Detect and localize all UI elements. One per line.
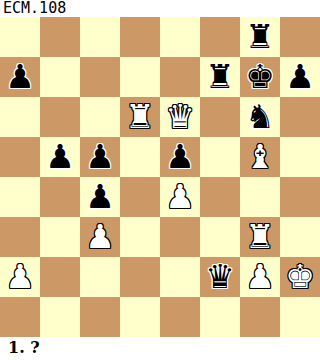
square-b4[interactable] (40, 177, 80, 217)
white-queen-e6: ♛ (160, 97, 200, 137)
square-c2[interactable] (80, 257, 120, 297)
square-d8[interactable] (120, 17, 160, 57)
square-e3[interactable] (160, 217, 200, 257)
square-h5[interactable] (280, 137, 320, 177)
square-a5[interactable] (0, 137, 40, 177)
square-d2[interactable] (120, 257, 160, 297)
square-h4[interactable] (280, 177, 320, 217)
square-f1[interactable] (200, 297, 240, 337)
square-f2[interactable]: ♛ (200, 257, 240, 297)
white-bishop-g5: ♝ (240, 137, 280, 177)
white-pawn-e4: ♟ (160, 177, 200, 217)
square-a3[interactable] (0, 217, 40, 257)
square-h1[interactable] (280, 297, 320, 337)
black-pawn-a7: ♟ (0, 57, 40, 97)
square-d1[interactable] (120, 297, 160, 337)
square-c4[interactable]: ♟ (80, 177, 120, 217)
black-knight-g6: ♞ (240, 97, 280, 137)
square-c6[interactable] (80, 97, 120, 137)
black-pawn-b5: ♟ (40, 137, 80, 177)
square-h2[interactable]: ♚ (280, 257, 320, 297)
white-rook-d6: ♜ (120, 97, 160, 137)
square-a4[interactable] (0, 177, 40, 217)
square-e8[interactable] (160, 17, 200, 57)
square-b8[interactable] (40, 17, 80, 57)
square-g4[interactable] (240, 177, 280, 217)
diagram-title: ECM.108 (0, 0, 320, 17)
square-e4[interactable]: ♟ (160, 177, 200, 217)
square-h6[interactable] (280, 97, 320, 137)
square-g6[interactable]: ♞ (240, 97, 280, 137)
square-g5[interactable]: ♝ (240, 137, 280, 177)
square-a1[interactable] (0, 297, 40, 337)
square-d4[interactable] (120, 177, 160, 217)
square-e1[interactable] (160, 297, 200, 337)
square-b2[interactable] (40, 257, 80, 297)
white-pawn-c3: ♟ (80, 217, 120, 257)
square-h3[interactable] (280, 217, 320, 257)
black-rook-f7: ♜ (200, 57, 240, 97)
square-d6[interactable]: ♜ (120, 97, 160, 137)
white-king-h2: ♚ (280, 257, 320, 297)
square-a8[interactable] (0, 17, 40, 57)
square-a6[interactable] (0, 97, 40, 137)
square-b5[interactable]: ♟ (40, 137, 80, 177)
chess-board: ♜♟♜♚♟♜♛♞♟♟♟♝♟♟♟♜♟♛♟♚ (0, 17, 320, 337)
square-c8[interactable] (80, 17, 120, 57)
square-c7[interactable] (80, 57, 120, 97)
square-a7[interactable]: ♟ (0, 57, 40, 97)
black-pawn-e5: ♟ (160, 137, 200, 177)
square-a2[interactable]: ♟ (0, 257, 40, 297)
chess-diagram-page: ECM.108 ♜♟♜♚♟♜♛♞♟♟♟♝♟♟♟♜♟♛♟♚ 1. ? (0, 0, 320, 360)
black-pawn-h7: ♟ (280, 57, 320, 97)
black-queen-f2: ♛ (200, 257, 240, 297)
square-f5[interactable] (200, 137, 240, 177)
square-b6[interactable] (40, 97, 80, 137)
move-prompt: 1. ? (0, 337, 320, 360)
square-g7[interactable]: ♚ (240, 57, 280, 97)
square-d7[interactable] (120, 57, 160, 97)
white-pawn-g2: ♟ (240, 257, 280, 297)
square-f7[interactable]: ♜ (200, 57, 240, 97)
square-h7[interactable]: ♟ (280, 57, 320, 97)
square-c3[interactable]: ♟ (80, 217, 120, 257)
square-d5[interactable] (120, 137, 160, 177)
square-h8[interactable] (280, 17, 320, 57)
square-g3[interactable]: ♜ (240, 217, 280, 257)
square-f4[interactable] (200, 177, 240, 217)
black-rook-g8: ♜ (240, 17, 280, 57)
square-e5[interactable]: ♟ (160, 137, 200, 177)
square-g2[interactable]: ♟ (240, 257, 280, 297)
square-g8[interactable]: ♜ (240, 17, 280, 57)
square-e6[interactable]: ♛ (160, 97, 200, 137)
square-e7[interactable] (160, 57, 200, 97)
square-c5[interactable]: ♟ (80, 137, 120, 177)
white-rook-g3: ♜ (240, 217, 280, 257)
square-b3[interactable] (40, 217, 80, 257)
square-f6[interactable] (200, 97, 240, 137)
square-e2[interactable] (160, 257, 200, 297)
black-pawn-c5: ♟ (80, 137, 120, 177)
black-pawn-c4: ♟ (80, 177, 120, 217)
square-d3[interactable] (120, 217, 160, 257)
black-king-g7: ♚ (240, 57, 280, 97)
square-c1[interactable] (80, 297, 120, 337)
square-f8[interactable] (200, 17, 240, 57)
white-pawn-a2: ♟ (0, 257, 40, 297)
square-b7[interactable] (40, 57, 80, 97)
square-b1[interactable] (40, 297, 80, 337)
square-g1[interactable] (240, 297, 280, 337)
square-f3[interactable] (200, 217, 240, 257)
